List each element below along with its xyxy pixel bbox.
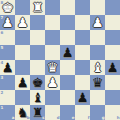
square-g5[interactable] [90,45,105,60]
piece-white-pawn[interactable]: ♟ [15,15,30,30]
square-f5[interactable] [75,45,90,60]
piece-black-knight[interactable]: ♞ [15,105,30,120]
piece-white-pawn[interactable]: ♟ [90,15,105,30]
file-label-h: h [117,116,120,120]
square-f1[interactable]: f [75,105,90,120]
square-d1[interactable]: d [45,105,60,120]
square-b7[interactable]: ♟ [15,15,30,30]
piece-white-rook[interactable]: ♜ [30,0,45,15]
square-h8[interactable] [105,0,120,15]
square-b4[interactable] [15,60,30,75]
square-c3[interactable]: ♚ [30,75,45,90]
square-a3[interactable]: 3 [0,75,15,90]
piece-white-pawn[interactable]: ♟ [0,15,15,30]
square-d2[interactable] [45,90,60,105]
square-g6[interactable] [90,30,105,45]
square-e8[interactable] [60,0,75,15]
rank-label-2: 2 [1,91,4,95]
piece-black-pawn[interactable]: ♟ [15,75,30,90]
square-c1[interactable]: c♜ [30,105,45,120]
square-d8[interactable] [45,0,60,15]
square-d5[interactable] [45,45,60,60]
square-e6[interactable] [60,30,75,45]
square-d7[interactable] [45,15,60,30]
rank-label-3: 3 [1,76,4,80]
square-g3[interactable]: ♛ [90,75,105,90]
square-g1[interactable]: g [90,105,105,120]
rank-label-7: 7 [1,16,4,20]
piece-black-rook[interactable]: ♜ [30,105,45,120]
square-b6[interactable] [15,30,30,45]
square-c6[interactable] [30,30,45,45]
square-a1[interactable]: 1a [0,105,15,120]
square-b3[interactable]: ♟ [15,75,30,90]
square-c5[interactable] [30,45,45,60]
square-d6[interactable] [45,30,60,45]
square-c2[interactable]: ♝ [30,90,45,105]
square-h4[interactable]: ♟ [105,60,120,75]
square-h1[interactable]: h [105,105,120,120]
piece-white-king[interactable]: ♚ [0,0,15,15]
piece-black-pawn[interactable]: ♟ [105,60,120,75]
square-h5[interactable] [105,45,120,60]
square-g2[interactable] [90,90,105,105]
square-c4[interactable] [30,60,45,75]
piece-white-bishop[interactable]: ♝ [90,60,105,75]
square-g8[interactable] [90,0,105,15]
piece-black-king[interactable]: ♚ [30,75,45,90]
square-a7[interactable]: 7♟ [0,15,15,30]
piece-black-pawn[interactable]: ♟ [0,60,15,75]
square-a4[interactable]: 4♟ [0,60,15,75]
square-a5[interactable]: 5 [0,45,15,60]
square-b2[interactable] [15,90,30,105]
chess-board: 8♚♜7♟♟♟65♟4♟♛♝♟3♟♚♟♛2♝♟1ab♞c♜defgh [0,0,120,120]
piece-black-bishop[interactable]: ♝ [30,90,45,105]
square-g4[interactable]: ♝ [90,60,105,75]
square-h3[interactable] [105,75,120,90]
square-c8[interactable]: ♜ [30,0,45,15]
piece-black-queen[interactable]: ♛ [90,75,105,90]
rank-label-1: 1 [1,106,4,110]
square-e7[interactable] [60,15,75,30]
piece-black-pawn[interactable]: ♟ [60,45,75,60]
square-b1[interactable]: b♞ [15,105,30,120]
square-e3[interactable] [60,75,75,90]
square-d3[interactable]: ♟ [45,75,60,90]
square-f6[interactable] [75,30,90,45]
square-b8[interactable] [15,0,30,15]
square-h7[interactable] [105,15,120,30]
square-f7[interactable] [75,15,90,30]
square-g7[interactable]: ♟ [90,15,105,30]
square-f2[interactable]: ♟ [75,90,90,105]
square-b5[interactable] [15,45,30,60]
square-c7[interactable] [30,15,45,30]
rank-label-8: 8 [1,1,4,5]
square-e2[interactable] [60,90,75,105]
piece-white-queen[interactable]: ♛ [45,60,60,75]
rank-label-4: 4 [1,61,4,65]
square-f4[interactable] [75,60,90,75]
square-d4[interactable]: ♛ [45,60,60,75]
square-h2[interactable] [105,90,120,105]
rank-label-5: 5 [1,46,4,50]
square-a8[interactable]: 8♚ [0,0,15,15]
square-a6[interactable]: 6 [0,30,15,45]
square-h6[interactable] [105,30,120,45]
square-e1[interactable]: e [60,105,75,120]
square-a2[interactable]: 2 [0,90,15,105]
square-f3[interactable] [75,75,90,90]
piece-black-pawn[interactable]: ♟ [75,90,90,105]
square-e5[interactable]: ♟ [60,45,75,60]
square-f8[interactable] [75,0,90,15]
square-e4[interactable] [60,60,75,75]
piece-white-pawn[interactable]: ♟ [45,75,60,90]
rank-label-6: 6 [1,31,4,35]
